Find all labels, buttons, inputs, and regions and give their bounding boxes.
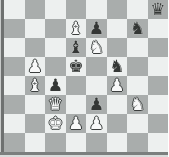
piece-white-knight[interactable]: ♞: [130, 95, 145, 114]
square-b2[interactable]: [25, 114, 46, 133]
square-a1[interactable]: [4, 133, 25, 152]
board-left-border: [0, 0, 4, 157]
square-h1[interactable]: [148, 133, 169, 152]
square-d5[interactable]: ♚: [66, 57, 87, 76]
square-f8[interactable]: [107, 0, 128, 19]
square-c3[interactable]: ♛: [45, 95, 66, 114]
piece-black-pawn[interactable]: ♟: [89, 95, 104, 114]
square-h5[interactable]: [148, 57, 169, 76]
square-d7[interactable]: ♝: [66, 19, 87, 38]
square-e5[interactable]: [86, 57, 107, 76]
piece-white-pawn[interactable]: ♟: [109, 76, 124, 95]
piece-black-queen[interactable]: ♛: [150, 0, 165, 19]
piece-black-bishop[interactable]: ♝: [68, 38, 83, 57]
square-a6[interactable]: [4, 38, 25, 57]
square-c8[interactable]: [45, 0, 66, 19]
board-bottom-edge: [0, 155, 168, 157]
square-d3[interactable]: [66, 95, 87, 114]
piece-white-king[interactable]: ♚: [48, 114, 63, 133]
square-g6[interactable]: [127, 38, 148, 57]
square-e6[interactable]: ♞: [86, 38, 107, 57]
piece-white-knight[interactable]: ♞: [89, 38, 104, 57]
square-d6[interactable]: ♝: [66, 38, 87, 57]
chess-diagram: ♛♝♟♞♝♞♟♚♞♝♟♟♛♟♞♚♟♟: [0, 0, 168, 157]
square-f4[interactable]: ♟: [107, 76, 128, 95]
piece-black-knight[interactable]: ♞: [130, 19, 145, 38]
square-c7[interactable]: [45, 19, 66, 38]
square-g4[interactable]: [127, 76, 148, 95]
piece-black-pawn[interactable]: ♟: [89, 19, 104, 38]
square-d8[interactable]: [66, 0, 87, 19]
chess-board[interactable]: ♛♝♟♞♝♞♟♚♞♝♟♟♛♟♞♚♟♟: [4, 0, 168, 152]
square-f6[interactable]: [107, 38, 128, 57]
square-e1[interactable]: [86, 133, 107, 152]
square-a4[interactable]: [4, 76, 25, 95]
square-h8[interactable]: ♛: [148, 0, 169, 19]
square-h7[interactable]: [148, 19, 169, 38]
square-h4[interactable]: [148, 76, 169, 95]
square-c6[interactable]: [45, 38, 66, 57]
square-g2[interactable]: [127, 114, 148, 133]
square-b7[interactable]: [25, 19, 46, 38]
square-g5[interactable]: [127, 57, 148, 76]
square-b8[interactable]: [25, 0, 46, 19]
square-f3[interactable]: [107, 95, 128, 114]
square-d2[interactable]: ♟: [66, 114, 87, 133]
square-a8[interactable]: [4, 0, 25, 19]
square-a5[interactable]: [4, 57, 25, 76]
piece-white-pawn[interactable]: ♟: [27, 57, 42, 76]
square-g1[interactable]: [127, 133, 148, 152]
square-d1[interactable]: [66, 133, 87, 152]
square-c4[interactable]: ♟: [45, 76, 66, 95]
square-e7[interactable]: ♟: [86, 19, 107, 38]
piece-black-knight[interactable]: ♞: [109, 57, 124, 76]
square-h3[interactable]: [148, 95, 169, 114]
square-h2[interactable]: [148, 114, 169, 133]
square-c2[interactable]: ♚: [45, 114, 66, 133]
square-d4[interactable]: [66, 76, 87, 95]
square-f2[interactable]: [107, 114, 128, 133]
piece-black-king[interactable]: ♚: [68, 57, 83, 76]
square-b5[interactable]: ♟: [25, 57, 46, 76]
square-e4[interactable]: [86, 76, 107, 95]
square-e2[interactable]: ♟: [86, 114, 107, 133]
square-c1[interactable]: [45, 133, 66, 152]
square-f7[interactable]: [107, 19, 128, 38]
square-b3[interactable]: [25, 95, 46, 114]
square-b4[interactable]: ♝: [25, 76, 46, 95]
square-h6[interactable]: [148, 38, 169, 57]
square-g3[interactable]: ♞: [127, 95, 148, 114]
piece-white-queen[interactable]: ♛: [48, 95, 63, 114]
square-e8[interactable]: [86, 0, 107, 19]
piece-white-bishop[interactable]: ♝: [27, 76, 42, 95]
square-g8[interactable]: [127, 0, 148, 19]
square-f5[interactable]: ♞: [107, 57, 128, 76]
square-a7[interactable]: [4, 19, 25, 38]
square-f1[interactable]: [107, 133, 128, 152]
piece-white-bishop[interactable]: ♝: [68, 19, 83, 38]
piece-black-pawn[interactable]: ♟: [48, 76, 63, 95]
square-g7[interactable]: ♞: [127, 19, 148, 38]
piece-white-pawn[interactable]: ♟: [89, 114, 104, 133]
piece-white-pawn[interactable]: ♟: [68, 114, 83, 133]
square-c5[interactable]: [45, 57, 66, 76]
square-b1[interactable]: [25, 133, 46, 152]
square-a2[interactable]: [4, 114, 25, 133]
square-b6[interactable]: [25, 38, 46, 57]
square-e3[interactable]: ♟: [86, 95, 107, 114]
square-a3[interactable]: [4, 95, 25, 114]
